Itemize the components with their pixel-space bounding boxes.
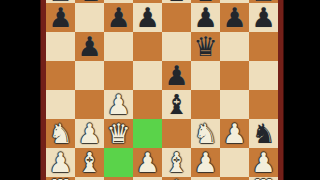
square-b1[interactable] (75, 177, 104, 180)
square-e1[interactable]: ♚ (162, 177, 191, 180)
square-g4[interactable] (220, 90, 249, 119)
square-f7[interactable]: ♟ (191, 3, 220, 32)
piece-black-pawn-g7: ♟ (222, 3, 246, 32)
square-h1[interactable]: ♜ (249, 177, 278, 180)
piece-black-bishop-f8: ♝ (193, 0, 217, 6)
square-d1[interactable] (133, 177, 162, 180)
piece-black-queen-f6: ♛ (193, 32, 217, 61)
board-frame: ♜♞♚♝♜♟♟♟♟♟♟♟♛♟♟♝♞♟♛♞♟♞♟♝♟♝♟♟♜♚♜ (40, 0, 284, 180)
square-e6[interactable] (162, 32, 191, 61)
piece-black-knight-h3: ♞ (251, 119, 275, 148)
square-a3[interactable]: ♞ (46, 119, 75, 148)
piece-white-bishop-e2: ♝ (164, 148, 188, 177)
square-c2[interactable] (104, 148, 133, 177)
square-h5[interactable] (249, 61, 278, 90)
square-c6[interactable] (104, 32, 133, 61)
square-g7[interactable]: ♟ (220, 3, 249, 32)
square-e4[interactable]: ♝ (162, 90, 191, 119)
square-d2[interactable]: ♟ (133, 148, 162, 177)
square-g3[interactable]: ♟ (220, 119, 249, 148)
square-b5[interactable] (75, 61, 104, 90)
piece-black-pawn-f7: ♟ (193, 3, 217, 32)
square-b4[interactable] (75, 90, 104, 119)
piece-black-pawn-b6: ♟ (77, 32, 101, 61)
square-h6[interactable] (249, 32, 278, 61)
piece-white-pawn-c4: ♟ (106, 90, 130, 119)
square-b6[interactable]: ♟ (75, 32, 104, 61)
square-e8[interactable]: ♚ (162, 0, 191, 3)
piece-white-bishop-b2: ♝ (77, 148, 101, 177)
square-d7[interactable]: ♟ (133, 3, 162, 32)
square-c7[interactable]: ♟ (104, 3, 133, 32)
piece-white-queen-c3: ♛ (106, 119, 130, 148)
piece-black-bishop-e4: ♝ (164, 90, 188, 119)
square-h8[interactable]: ♜ (249, 0, 278, 3)
piece-black-pawn-d7: ♟ (135, 3, 159, 32)
piece-white-rook-h1: ♜ (251, 175, 275, 180)
square-b3[interactable]: ♟ (75, 119, 104, 148)
square-e3[interactable] (162, 119, 191, 148)
piece-white-knight-a3: ♞ (48, 119, 72, 148)
piece-white-pawn-d2: ♟ (135, 148, 159, 177)
piece-white-pawn-g3: ♟ (222, 119, 246, 148)
square-f6[interactable]: ♛ (191, 32, 220, 61)
square-f5[interactable] (191, 61, 220, 90)
square-h3[interactable]: ♞ (249, 119, 278, 148)
chess-board: ♜♞♚♝♜♟♟♟♟♟♟♟♛♟♟♝♞♟♛♞♟♞♟♝♟♝♟♟♜♚♜ (46, 0, 278, 180)
square-c1[interactable] (104, 177, 133, 180)
piece-black-rook-a8: ♜ (48, 0, 72, 6)
piece-white-rook-a1: ♜ (48, 175, 72, 180)
piece-white-pawn-a2: ♟ (48, 148, 72, 177)
square-e5[interactable]: ♟ (162, 61, 191, 90)
piece-white-pawn-b3: ♟ (77, 119, 101, 148)
piece-white-pawn-h2: ♟ (251, 148, 275, 177)
square-a4[interactable] (46, 90, 75, 119)
square-c5[interactable] (104, 61, 133, 90)
piece-black-rook-h8: ♜ (251, 0, 275, 6)
square-h4[interactable] (249, 90, 278, 119)
square-a2[interactable]: ♟ (46, 148, 75, 177)
square-b7[interactable] (75, 3, 104, 32)
square-f1[interactable] (191, 177, 220, 180)
square-a1[interactable]: ♜ (46, 177, 75, 180)
video-frame: ♜♞♚♝♜♟♟♟♟♟♟♟♛♟♟♝♞♟♛♞♟♞♟♝♟♝♟♟♜♚♜ (0, 0, 320, 180)
square-d5[interactable] (133, 61, 162, 90)
square-e2[interactable]: ♝ (162, 148, 191, 177)
square-d6[interactable] (133, 32, 162, 61)
square-d4[interactable] (133, 90, 162, 119)
piece-white-king-e1: ♚ (164, 175, 188, 180)
square-a6[interactable] (46, 32, 75, 61)
square-f8[interactable]: ♝ (191, 0, 220, 3)
square-g6[interactable] (220, 32, 249, 61)
square-h7[interactable]: ♟ (249, 3, 278, 32)
piece-black-pawn-h7: ♟ (251, 3, 275, 32)
square-b2[interactable]: ♝ (75, 148, 104, 177)
piece-white-pawn-f2: ♟ (193, 148, 217, 177)
piece-black-pawn-c7: ♟ (106, 3, 130, 32)
square-f4[interactable] (191, 90, 220, 119)
square-f2[interactable]: ♟ (191, 148, 220, 177)
square-g5[interactable] (220, 61, 249, 90)
square-f3[interactable]: ♞ (191, 119, 220, 148)
square-a7[interactable]: ♟ (46, 3, 75, 32)
square-h2[interactable]: ♟ (249, 148, 278, 177)
square-g1[interactable] (220, 177, 249, 180)
piece-black-knight-b8: ♞ (77, 0, 101, 6)
square-b8[interactable]: ♞ (75, 0, 104, 3)
square-d3[interactable] (133, 119, 162, 148)
piece-white-knight-f3: ♞ (193, 119, 217, 148)
square-c3[interactable]: ♛ (104, 119, 133, 148)
square-a8[interactable]: ♜ (46, 0, 75, 3)
square-a5[interactable] (46, 61, 75, 90)
piece-black-king-e8: ♚ (164, 0, 188, 6)
square-c4[interactable]: ♟ (104, 90, 133, 119)
piece-black-pawn-a7: ♟ (48, 3, 72, 32)
square-e7[interactable] (162, 3, 191, 32)
square-g2[interactable] (220, 148, 249, 177)
piece-black-pawn-e5: ♟ (164, 61, 188, 90)
